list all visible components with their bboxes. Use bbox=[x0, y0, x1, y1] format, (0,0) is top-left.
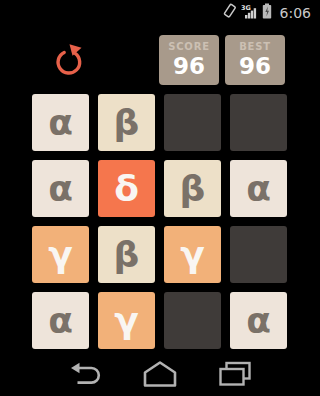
tile-gamma: γ bbox=[164, 226, 221, 283]
score-box: SCORE 96 bbox=[159, 35, 219, 85]
back-icon bbox=[67, 361, 103, 387]
tile-alpha: α bbox=[230, 160, 287, 217]
tile-beta: β bbox=[164, 160, 221, 217]
score-value: 96 bbox=[173, 55, 205, 78]
board[interactable]: αβαδβαγβγαγα bbox=[32, 94, 287, 349]
battery-charging-icon bbox=[262, 3, 272, 23]
tile-beta: β bbox=[98, 226, 155, 283]
best-label: BEST bbox=[239, 42, 271, 52]
tile-gamma: γ bbox=[32, 226, 89, 283]
tile-delta: δ bbox=[98, 160, 155, 217]
empty-cell bbox=[230, 94, 287, 151]
app-screen: 3G 6:06 SCORE 96 bbox=[0, 0, 320, 396]
best-value: 96 bbox=[239, 55, 271, 78]
vibrate-icon bbox=[223, 3, 236, 23]
score-panel: SCORE 96 BEST 96 bbox=[159, 35, 285, 85]
undo-button[interactable] bbox=[51, 41, 87, 79]
home-icon bbox=[142, 360, 178, 388]
recents-button[interactable] bbox=[217, 360, 253, 388]
undo-restart-icon bbox=[51, 41, 87, 79]
empty-cell bbox=[164, 94, 221, 151]
tile-alpha: α bbox=[32, 292, 89, 349]
empty-cell bbox=[164, 292, 221, 349]
signal-3g-icon: 3G bbox=[241, 3, 257, 23]
tile-alpha: α bbox=[32, 160, 89, 217]
tile-beta: β bbox=[98, 94, 155, 151]
back-button[interactable] bbox=[67, 360, 103, 388]
empty-cell bbox=[230, 226, 287, 283]
tile-alpha: α bbox=[32, 94, 89, 151]
tile-gamma: γ bbox=[98, 292, 155, 349]
best-box: BEST 96 bbox=[225, 35, 285, 85]
score-label: SCORE bbox=[168, 42, 210, 52]
nav-bar bbox=[0, 352, 320, 396]
recents-icon bbox=[217, 361, 253, 387]
home-button[interactable] bbox=[142, 360, 178, 388]
status-bar: 3G 6:06 bbox=[0, 0, 320, 25]
tile-alpha: α bbox=[230, 292, 287, 349]
game-header: SCORE 96 BEST 96 bbox=[32, 35, 287, 85]
svg-text:3G: 3G bbox=[241, 3, 251, 11]
status-clock: 6:06 bbox=[280, 5, 311, 21]
